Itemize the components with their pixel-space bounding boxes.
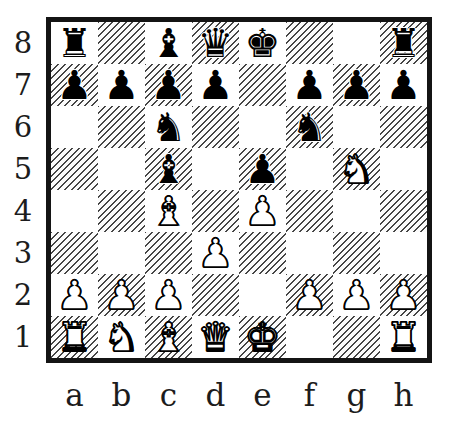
file-label-a: a bbox=[51, 377, 98, 413]
white-king-e1: ♚ bbox=[245, 316, 281, 358]
black-pawn-e5: ♟ bbox=[245, 148, 281, 190]
square-b3 bbox=[98, 232, 145, 274]
square-e4: ♟ bbox=[239, 190, 286, 232]
white-queen-d1: ♛ bbox=[198, 316, 234, 358]
square-e5: ♟ bbox=[239, 148, 286, 190]
square-g3 bbox=[333, 232, 380, 274]
square-b1: ♞ bbox=[98, 316, 145, 358]
file-labels: abcdefgh bbox=[51, 377, 427, 413]
square-b6 bbox=[98, 106, 145, 148]
square-c6: ♞ bbox=[145, 106, 192, 148]
white-pawn-d3: ♟ bbox=[198, 232, 234, 274]
rank-label-1: 1 bbox=[0, 316, 46, 358]
square-b2: ♟ bbox=[98, 274, 145, 316]
square-d4 bbox=[192, 190, 239, 232]
white-pawn-g2: ♟ bbox=[339, 274, 375, 316]
square-e8: ♚ bbox=[239, 22, 286, 64]
rank-labels: 87654321 bbox=[0, 17, 46, 358]
square-a3 bbox=[51, 232, 98, 274]
square-f4 bbox=[286, 190, 333, 232]
white-knight-g5: ♞ bbox=[339, 148, 375, 190]
file-label-g: g bbox=[333, 377, 380, 413]
black-pawn-b7: ♟ bbox=[104, 64, 140, 106]
square-a6 bbox=[51, 106, 98, 148]
white-pawn-f2: ♟ bbox=[292, 274, 328, 316]
rank-label-3: 3 bbox=[0, 232, 46, 274]
square-g4 bbox=[333, 190, 380, 232]
square-c3 bbox=[145, 232, 192, 274]
chess-diagram-page: 87654321 ♜♝♛♚♜♟♟♟♟♟♟♟♞♞♝♟♞♝♟♟♟♟♟♟♟♟♜♞♝♛♚… bbox=[0, 0, 459, 442]
square-d8: ♛ bbox=[192, 22, 239, 64]
square-h7: ♟ bbox=[380, 64, 427, 106]
square-b8 bbox=[98, 22, 145, 64]
square-c4: ♝ bbox=[145, 190, 192, 232]
square-a5 bbox=[51, 148, 98, 190]
square-c8: ♝ bbox=[145, 22, 192, 64]
rank-label-6: 6 bbox=[0, 106, 46, 148]
square-g2: ♟ bbox=[333, 274, 380, 316]
board-and-rank-labels: 87654321 ♜♝♛♚♜♟♟♟♟♟♟♟♞♞♝♟♞♝♟♟♟♟♟♟♟♟♜♞♝♛♚… bbox=[0, 0, 459, 363]
square-d6 bbox=[192, 106, 239, 148]
square-h2: ♟ bbox=[380, 274, 427, 316]
white-bishop-c4: ♝ bbox=[151, 190, 187, 232]
rank-label-7: 7 bbox=[0, 64, 46, 106]
rank-label-8: 8 bbox=[0, 22, 46, 64]
black-pawn-f7: ♟ bbox=[292, 64, 328, 106]
black-queen-d8: ♛ bbox=[198, 22, 234, 64]
square-f6: ♞ bbox=[286, 106, 333, 148]
square-h8: ♜ bbox=[380, 22, 427, 64]
square-g6 bbox=[333, 106, 380, 148]
square-f7: ♟ bbox=[286, 64, 333, 106]
square-h3 bbox=[380, 232, 427, 274]
square-a1: ♜ bbox=[51, 316, 98, 358]
square-c1: ♝ bbox=[145, 316, 192, 358]
black-pawn-h7: ♟ bbox=[386, 64, 422, 106]
black-pawn-d7: ♟ bbox=[198, 64, 234, 106]
square-g8 bbox=[333, 22, 380, 64]
square-c7: ♟ bbox=[145, 64, 192, 106]
square-e6 bbox=[239, 106, 286, 148]
square-h4 bbox=[380, 190, 427, 232]
square-a7: ♟ bbox=[51, 64, 98, 106]
square-a8: ♜ bbox=[51, 22, 98, 64]
square-g1 bbox=[333, 316, 380, 358]
white-rook-h1: ♜ bbox=[386, 316, 422, 358]
file-label-d: d bbox=[192, 377, 239, 413]
square-h5 bbox=[380, 148, 427, 190]
rank-label-4: 4 bbox=[0, 190, 46, 232]
black-bishop-c8: ♝ bbox=[151, 22, 187, 64]
black-king-e8: ♚ bbox=[245, 22, 281, 64]
black-knight-c6: ♞ bbox=[151, 106, 187, 148]
square-d5 bbox=[192, 148, 239, 190]
black-rook-a8: ♜ bbox=[57, 22, 93, 64]
black-rook-h8: ♜ bbox=[386, 22, 422, 64]
black-bishop-c5: ♝ bbox=[151, 148, 187, 190]
white-pawn-b2: ♟ bbox=[104, 274, 140, 316]
black-knight-f6: ♞ bbox=[292, 106, 328, 148]
square-f2: ♟ bbox=[286, 274, 333, 316]
square-d7: ♟ bbox=[192, 64, 239, 106]
square-h6 bbox=[380, 106, 427, 148]
file-label-b: b bbox=[98, 377, 145, 413]
square-a4 bbox=[51, 190, 98, 232]
square-a2: ♟ bbox=[51, 274, 98, 316]
square-c2: ♟ bbox=[145, 274, 192, 316]
white-rook-a1: ♜ bbox=[57, 316, 93, 358]
rank-label-5: 5 bbox=[0, 148, 46, 190]
square-e7 bbox=[239, 64, 286, 106]
square-b5 bbox=[98, 148, 145, 190]
black-pawn-a7: ♟ bbox=[57, 64, 93, 106]
square-g7: ♟ bbox=[333, 64, 380, 106]
square-f8 bbox=[286, 22, 333, 64]
square-d1: ♛ bbox=[192, 316, 239, 358]
square-f5 bbox=[286, 148, 333, 190]
square-d3: ♟ bbox=[192, 232, 239, 274]
square-f1 bbox=[286, 316, 333, 358]
rank-label-2: 2 bbox=[0, 274, 46, 316]
square-b4 bbox=[98, 190, 145, 232]
file-label-e: e bbox=[239, 377, 286, 413]
square-e1: ♚ bbox=[239, 316, 286, 358]
white-pawn-e4: ♟ bbox=[245, 190, 281, 232]
white-pawn-h2: ♟ bbox=[386, 274, 422, 316]
black-pawn-c7: ♟ bbox=[151, 64, 187, 106]
square-b7: ♟ bbox=[98, 64, 145, 106]
square-f3 bbox=[286, 232, 333, 274]
square-e3 bbox=[239, 232, 286, 274]
white-pawn-a2: ♟ bbox=[57, 274, 93, 316]
square-h1: ♜ bbox=[380, 316, 427, 358]
black-pawn-g7: ♟ bbox=[339, 64, 375, 106]
file-label-h: h bbox=[380, 377, 427, 413]
square-d2 bbox=[192, 274, 239, 316]
chess-board: ♜♝♛♚♜♟♟♟♟♟♟♟♞♞♝♟♞♝♟♟♟♟♟♟♟♟♜♞♝♛♚♜ bbox=[46, 17, 432, 363]
square-c5: ♝ bbox=[145, 148, 192, 190]
white-knight-b1: ♞ bbox=[104, 316, 140, 358]
file-label-c: c bbox=[145, 377, 192, 413]
file-label-f: f bbox=[286, 377, 333, 413]
white-bishop-c1: ♝ bbox=[151, 316, 187, 358]
white-pawn-c2: ♟ bbox=[151, 274, 187, 316]
square-g5: ♞ bbox=[333, 148, 380, 190]
square-e2 bbox=[239, 274, 286, 316]
